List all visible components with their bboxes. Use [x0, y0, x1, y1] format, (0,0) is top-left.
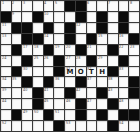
clue-number: 27 — [66, 56, 70, 59]
grid-cell[interactable] — [1, 45, 11, 55]
black-cell — [108, 99, 118, 109]
grid-cell[interactable] — [119, 1, 129, 11]
grid-cell[interactable]: 16 — [119, 34, 129, 44]
black-cell — [65, 34, 75, 44]
grid-cell[interactable] — [33, 121, 43, 131]
clue-number: 35 — [12, 77, 16, 80]
clue-number: 25 — [34, 56, 38, 59]
clue-number: 52 — [2, 121, 6, 124]
black-cell — [12, 110, 22, 120]
clue-number: 9 — [12, 12, 14, 15]
clue-number: 2 — [12, 1, 14, 4]
black-cell — [119, 12, 129, 22]
grid-cell[interactable] — [65, 12, 75, 22]
clue-number: 34 — [2, 77, 6, 80]
filled-letter: M — [65, 67, 75, 77]
grid-cell[interactable]: 25 — [33, 56, 43, 66]
grid-cell[interactable]: 29 — [97, 56, 107, 66]
clue-number: 40 — [23, 88, 27, 91]
grid-cell[interactable] — [33, 1, 43, 11]
black-cell — [76, 1, 86, 11]
black-cell — [76, 99, 86, 109]
grid-cell[interactable] — [129, 67, 139, 77]
clue-number: 28 — [76, 56, 80, 59]
clue-number: 47 — [87, 99, 91, 102]
grid-cell[interactable] — [65, 77, 75, 87]
black-cell — [119, 110, 129, 120]
grid-cell[interactable]: 12 — [76, 23, 86, 33]
black-cell — [22, 56, 32, 66]
grid-cell[interactable] — [12, 121, 22, 131]
grid-cell[interactable]: 8 — [129, 1, 139, 11]
grid-cell[interactable]: 20 — [65, 45, 75, 55]
grid-cell[interactable] — [12, 88, 22, 98]
grid-cell[interactable] — [76, 34, 86, 44]
grid-cell[interactable] — [129, 23, 139, 33]
black-cell — [44, 77, 54, 87]
grid-cell[interactable]: 39 — [1, 88, 11, 98]
black-cell — [108, 121, 118, 131]
clue-number: 37 — [87, 77, 91, 80]
grid-cell[interactable]: 18 — [33, 45, 43, 55]
clue-number: 8 — [130, 1, 132, 4]
grid-cell[interactable] — [33, 23, 43, 33]
grid-cell[interactable]: 54 — [119, 121, 129, 131]
grid-cell[interactable] — [108, 110, 118, 120]
clue-number: 4 — [44, 1, 46, 4]
black-cell — [12, 67, 22, 77]
clue-number: 3 — [23, 1, 25, 4]
black-cell — [97, 110, 107, 120]
black-cell — [76, 77, 86, 87]
grid-cell[interactable] — [22, 99, 32, 109]
grid-cell[interactable]: 41 — [44, 88, 54, 98]
clue-number: 5 — [55, 1, 57, 4]
grid-cell[interactable]: 42 — [76, 88, 86, 98]
grid-cell[interactable] — [108, 23, 118, 33]
black-cell — [33, 34, 43, 44]
black-cell — [54, 121, 64, 131]
clue-number: 19 — [55, 45, 59, 48]
grid-cell[interactable] — [119, 88, 129, 98]
black-cell — [12, 45, 22, 55]
clue-number: 49 — [23, 110, 27, 113]
clue-number: 23 — [130, 45, 134, 48]
grid-cell[interactable]: 6 — [87, 1, 97, 11]
black-cell — [33, 12, 43, 22]
grid-cell[interactable] — [108, 12, 118, 22]
grid-cell[interactable]: 50 — [33, 110, 43, 120]
clue-number: 30 — [23, 67, 27, 70]
grid-cell[interactable]: 35 — [12, 77, 22, 87]
grid-cell[interactable]: 27 — [65, 56, 75, 66]
grid-cell[interactable] — [87, 110, 97, 120]
clue-number: 20 — [66, 45, 70, 48]
black-cell — [65, 23, 75, 33]
filled-letter: O — [76, 67, 86, 77]
grid-cell[interactable] — [87, 88, 97, 98]
clue-number: 38 — [108, 77, 112, 80]
grid-cell[interactable] — [1, 110, 11, 120]
clue-number: 43 — [108, 88, 112, 91]
black-cell — [33, 88, 43, 98]
clue-number: 44 — [2, 99, 6, 102]
grid-cell[interactable] — [54, 88, 64, 98]
black-cell — [54, 56, 64, 66]
grid-cell[interactable]: 9 — [12, 12, 22, 22]
grid-cell[interactable] — [44, 121, 54, 131]
grid-cell[interactable]: 37 — [87, 77, 97, 87]
grid-cell[interactable]: 34 — [1, 77, 11, 87]
black-cell — [22, 23, 32, 33]
black-cell — [1, 12, 11, 22]
clue-number: 39 — [2, 88, 6, 91]
grid-cell[interactable] — [76, 121, 86, 131]
grid-cell[interactable]: 26 — [44, 56, 54, 66]
grid-cell[interactable]: 32T — [87, 67, 97, 77]
grid-cell[interactable]: 13 — [1, 34, 11, 44]
black-cell — [129, 110, 139, 120]
grid-cell[interactable]: 17 — [22, 45, 32, 55]
black-cell — [119, 56, 129, 66]
clue-number: 46 — [66, 99, 70, 102]
grid-cell[interactable] — [108, 56, 118, 66]
grid-cell[interactable] — [54, 99, 64, 109]
clue-number: 42 — [76, 88, 80, 91]
clue-number: 10 — [44, 12, 48, 15]
black-cell — [97, 23, 107, 33]
clue-number: 33 — [119, 67, 123, 70]
black-cell — [119, 23, 129, 33]
grid-cell[interactable] — [22, 121, 32, 131]
grid-cell[interactable]: 30 — [22, 67, 32, 77]
black-cell — [54, 67, 64, 77]
black-cell — [44, 23, 54, 33]
clue-number: 12 — [76, 23, 80, 26]
grid-cell[interactable]: 22 — [119, 45, 129, 55]
grid-cell[interactable]: 40 — [22, 88, 32, 98]
black-cell — [129, 77, 139, 87]
black-cell — [76, 110, 86, 120]
black-cell — [76, 12, 86, 22]
clue-number: 15 — [98, 34, 102, 37]
grid-cell[interactable]: 31M — [65, 67, 75, 77]
grid-cell[interactable]: 2 — [12, 1, 22, 11]
black-cell — [22, 77, 32, 87]
black-cell — [108, 67, 118, 77]
black-cell — [44, 45, 54, 55]
grid-cell[interactable]: 4 — [44, 1, 54, 11]
grid-cell[interactable] — [129, 99, 139, 109]
clue-number: 41 — [44, 88, 48, 91]
clue-number: 51 — [55, 110, 59, 113]
clue-number: 17 — [23, 45, 27, 48]
grid-cell[interactable]: 51 — [54, 110, 64, 120]
black-cell — [65, 1, 75, 11]
grid-cell[interactable]: 36 — [54, 77, 64, 87]
grid-cell[interactable] — [87, 121, 97, 131]
grid-cell[interactable] — [22, 12, 32, 22]
grid-cell[interactable]: 24 — [1, 56, 11, 66]
grid-cell[interactable]: 19 — [54, 45, 64, 55]
grid-cell[interactable] — [129, 56, 139, 66]
clue-number: 50 — [34, 110, 38, 113]
grid-cell[interactable]: 28 — [76, 56, 86, 66]
clue-number: 18 — [34, 45, 38, 48]
grid-cell[interactable]: 52 — [1, 121, 11, 131]
black-cell — [97, 88, 107, 98]
black-cell — [129, 88, 139, 98]
grid-cell[interactable]: 11 — [1, 23, 11, 33]
grid-cell[interactable] — [97, 121, 107, 131]
grid-cell[interactable] — [54, 12, 64, 22]
clue-number: 6 — [87, 1, 89, 4]
grid-cell[interactable] — [1, 67, 11, 77]
black-cell — [87, 56, 97, 66]
clue-number: 29 — [98, 56, 102, 59]
crossword-puzzle: 1234567891011121314151617181920212223242… — [0, 0, 140, 132]
grid-cell[interactable] — [54, 23, 64, 33]
grid-cell[interactable] — [108, 34, 118, 44]
clue-number: 13 — [2, 34, 6, 37]
grid-cell[interactable] — [97, 1, 107, 11]
grid-cell[interactable]: 10 — [44, 12, 54, 22]
black-cell — [129, 34, 139, 44]
grid-cell[interactable] — [12, 34, 22, 44]
grid-cell[interactable]: 38 — [108, 77, 118, 87]
grid-cell[interactable] — [97, 77, 107, 87]
grid-cell[interactable] — [129, 121, 139, 131]
grid-cell[interactable]: 47 — [87, 99, 97, 109]
grid-cell[interactable]: 44 — [1, 99, 11, 109]
grid-cell[interactable]: 43 — [108, 88, 118, 98]
grid-cell[interactable]: 7 — [108, 1, 118, 11]
clue-number: 21 — [87, 45, 91, 48]
grid-cell[interactable]: 14 — [44, 34, 54, 44]
grid-cell[interactable] — [87, 12, 97, 22]
clue-number: 16 — [119, 34, 123, 37]
grid-cell[interactable] — [119, 77, 129, 87]
grid-cell[interactable] — [12, 56, 22, 66]
black-cell — [87, 34, 97, 44]
grid-cell[interactable] — [12, 99, 22, 109]
clue-number: 45 — [44, 99, 48, 102]
grid-cell[interactable]: 46 — [65, 99, 75, 109]
clue-number: 7 — [108, 1, 110, 4]
crossword-grid: 1234567891011121314151617181920212223242… — [0, 0, 140, 132]
grid-cell[interactable] — [33, 67, 43, 77]
grid-cell[interactable]: 33 — [119, 67, 129, 77]
clue-number: 26 — [44, 56, 48, 59]
grid-cell[interactable]: O — [76, 67, 86, 77]
black-cell — [97, 12, 107, 22]
clue-number: 24 — [2, 56, 6, 59]
grid-cell[interactable]: 15 — [97, 34, 107, 44]
grid-cell[interactable] — [129, 12, 139, 22]
black-cell — [44, 110, 54, 120]
black-cell — [12, 23, 22, 33]
grid-cell[interactable]: 45 — [44, 99, 54, 109]
grid-cell[interactable]: 3 — [22, 1, 32, 11]
clue-number: 22 — [119, 45, 123, 48]
grid-cell[interactable]: 21 — [87, 45, 97, 55]
grid-cell[interactable]: 49 — [22, 110, 32, 120]
grid-cell[interactable] — [33, 77, 43, 87]
black-cell — [76, 45, 86, 55]
grid-cell[interactable]: H — [97, 67, 107, 77]
clue-number: 53 — [66, 121, 70, 124]
black-cell — [108, 45, 118, 55]
grid-cell[interactable]: 23 — [129, 45, 139, 55]
black-cell — [65, 88, 75, 98]
black-cell — [33, 99, 43, 109]
clue-number: 54 — [119, 121, 123, 124]
grid-cell[interactable] — [54, 34, 64, 44]
clue-number: 14 — [44, 34, 48, 37]
grid-cell[interactable]: 48 — [119, 99, 129, 109]
clue-number: 1 — [2, 1, 4, 4]
filled-letter: H — [97, 67, 107, 77]
grid-cell[interactable] — [65, 110, 75, 120]
clue-number: 11 — [2, 23, 6, 26]
filled-letter: T — [87, 67, 97, 77]
clue-number: 48 — [119, 99, 123, 102]
grid-cell[interactable]: 1 — [1, 1, 11, 11]
grid-cell[interactable] — [87, 23, 97, 33]
grid-cell[interactable]: 5 — [54, 1, 64, 11]
black-cell — [22, 34, 32, 44]
grid-cell[interactable]: 53 — [65, 121, 75, 131]
grid-cell[interactable] — [97, 45, 107, 55]
grid-cell[interactable] — [97, 99, 107, 109]
clue-number: 36 — [55, 77, 59, 80]
grid-cell[interactable] — [44, 67, 54, 77]
